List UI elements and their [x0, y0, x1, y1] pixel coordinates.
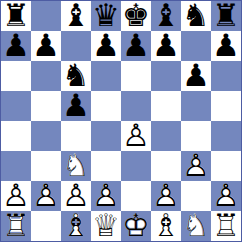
square-b2[interactable]: ♟♙	[31, 181, 61, 211]
white-piece-outline: ♖	[211, 210, 241, 241]
black-piece-glyph: ♟	[31, 30, 61, 61]
square-f5[interactable]	[151, 91, 181, 121]
square-h4[interactable]	[211, 121, 241, 151]
square-e7[interactable]: ♟	[121, 31, 151, 61]
white-piece-outline: ♙	[31, 180, 61, 211]
white-queen[interactable]: ♛♕	[91, 211, 121, 241]
square-g8[interactable]: ♞	[181, 1, 211, 31]
white-king[interactable]: ♚♔	[121, 211, 151, 241]
square-e1[interactable]: ♚♔	[121, 211, 151, 241]
square-d5[interactable]	[91, 91, 121, 121]
square-e6[interactable]	[121, 61, 151, 91]
white-piece-outline: ♖	[1, 210, 31, 241]
square-a1[interactable]: ♜♖	[1, 211, 31, 241]
white-piece-outline: ♙	[181, 150, 211, 181]
square-b5[interactable]	[31, 91, 61, 121]
square-h5[interactable]	[211, 91, 241, 121]
square-g3[interactable]: ♟♙	[181, 151, 211, 181]
square-d4[interactable]	[91, 121, 121, 151]
black-pawn[interactable]: ♟	[61, 91, 91, 121]
square-c1[interactable]: ♝♗	[61, 211, 91, 241]
square-h1[interactable]: ♜♖	[211, 211, 241, 241]
black-bishop[interactable]: ♝	[61, 1, 91, 31]
black-pawn[interactable]: ♟	[1, 31, 31, 61]
square-f1[interactable]: ♝♗	[151, 211, 181, 241]
black-piece-glyph: ♟	[1, 30, 31, 61]
square-d7[interactable]: ♟	[91, 31, 121, 61]
black-piece-glyph: ♟	[151, 30, 181, 61]
black-pawn[interactable]: ♟	[121, 31, 151, 61]
black-pawn[interactable]: ♟	[151, 31, 181, 61]
black-piece-glyph: ♞	[181, 0, 211, 31]
black-knight[interactable]: ♞	[181, 1, 211, 31]
square-d6[interactable]	[91, 61, 121, 91]
square-h7[interactable]: ♟	[211, 31, 241, 61]
square-d1[interactable]: ♛♕	[91, 211, 121, 241]
black-pawn[interactable]: ♟	[31, 31, 61, 61]
square-a5[interactable]	[1, 91, 31, 121]
chess-board: ♜♝♛♚♝♞♜♟♟♟♟♟♟♞♟♟♟♙♞♘♟♙♟♙♟♙♟♙♟♙♟♙♟♙♜♖♝♗♛♕…	[0, 0, 242, 242]
square-f4[interactable]	[151, 121, 181, 151]
square-g5[interactable]	[181, 91, 211, 121]
square-a4[interactable]	[1, 121, 31, 151]
black-piece-glyph: ♟	[181, 60, 211, 91]
square-f6[interactable]	[151, 61, 181, 91]
square-h6[interactable]	[211, 61, 241, 91]
square-f7[interactable]: ♟	[151, 31, 181, 61]
black-piece-glyph: ♟	[121, 30, 151, 61]
white-piece-outline: ♙	[121, 120, 151, 151]
square-a6[interactable]	[1, 61, 31, 91]
square-b7[interactable]: ♟	[31, 31, 61, 61]
white-piece-outline: ♔	[121, 210, 151, 241]
black-piece-glyph: ♟	[211, 30, 241, 61]
white-piece-outline: ♗	[151, 210, 181, 241]
white-piece-outline: ♘	[181, 210, 211, 241]
square-e4[interactable]: ♟♙	[121, 121, 151, 151]
black-pawn[interactable]: ♟	[91, 31, 121, 61]
white-knight[interactable]: ♞♘	[181, 211, 211, 241]
black-piece-glyph: ♟	[91, 30, 121, 61]
square-c5[interactable]: ♟	[61, 91, 91, 121]
white-pawn[interactable]: ♟♙	[121, 121, 151, 151]
white-piece-outline: ♕	[91, 210, 121, 241]
square-g1[interactable]: ♞♘	[181, 211, 211, 241]
white-pawn[interactable]: ♟♙	[31, 181, 61, 211]
white-piece-outline: ♗	[61, 210, 91, 241]
black-piece-glyph: ♝	[61, 0, 91, 31]
white-rook[interactable]: ♜♖	[211, 211, 241, 241]
square-b6[interactable]	[31, 61, 61, 91]
black-pawn[interactable]: ♟	[181, 61, 211, 91]
black-piece-glyph: ♟	[61, 90, 91, 121]
white-bishop[interactable]: ♝♗	[61, 211, 91, 241]
black-pawn[interactable]: ♟	[211, 31, 241, 61]
white-rook[interactable]: ♜♖	[1, 211, 31, 241]
chess-board-wrap: ♜♝♛♚♝♞♜♟♟♟♟♟♟♞♟♟♟♙♞♘♟♙♟♙♟♙♟♙♟♙♟♙♟♙♜♖♝♗♛♕…	[0, 0, 242, 242]
square-b4[interactable]	[31, 121, 61, 151]
white-bishop[interactable]: ♝♗	[151, 211, 181, 241]
square-e3[interactable]	[121, 151, 151, 181]
square-a7[interactable]: ♟	[1, 31, 31, 61]
white-pawn[interactable]: ♟♙	[181, 151, 211, 181]
square-c8[interactable]: ♝	[61, 1, 91, 31]
square-g6[interactable]: ♟	[181, 61, 211, 91]
square-b1[interactable]	[31, 211, 61, 241]
